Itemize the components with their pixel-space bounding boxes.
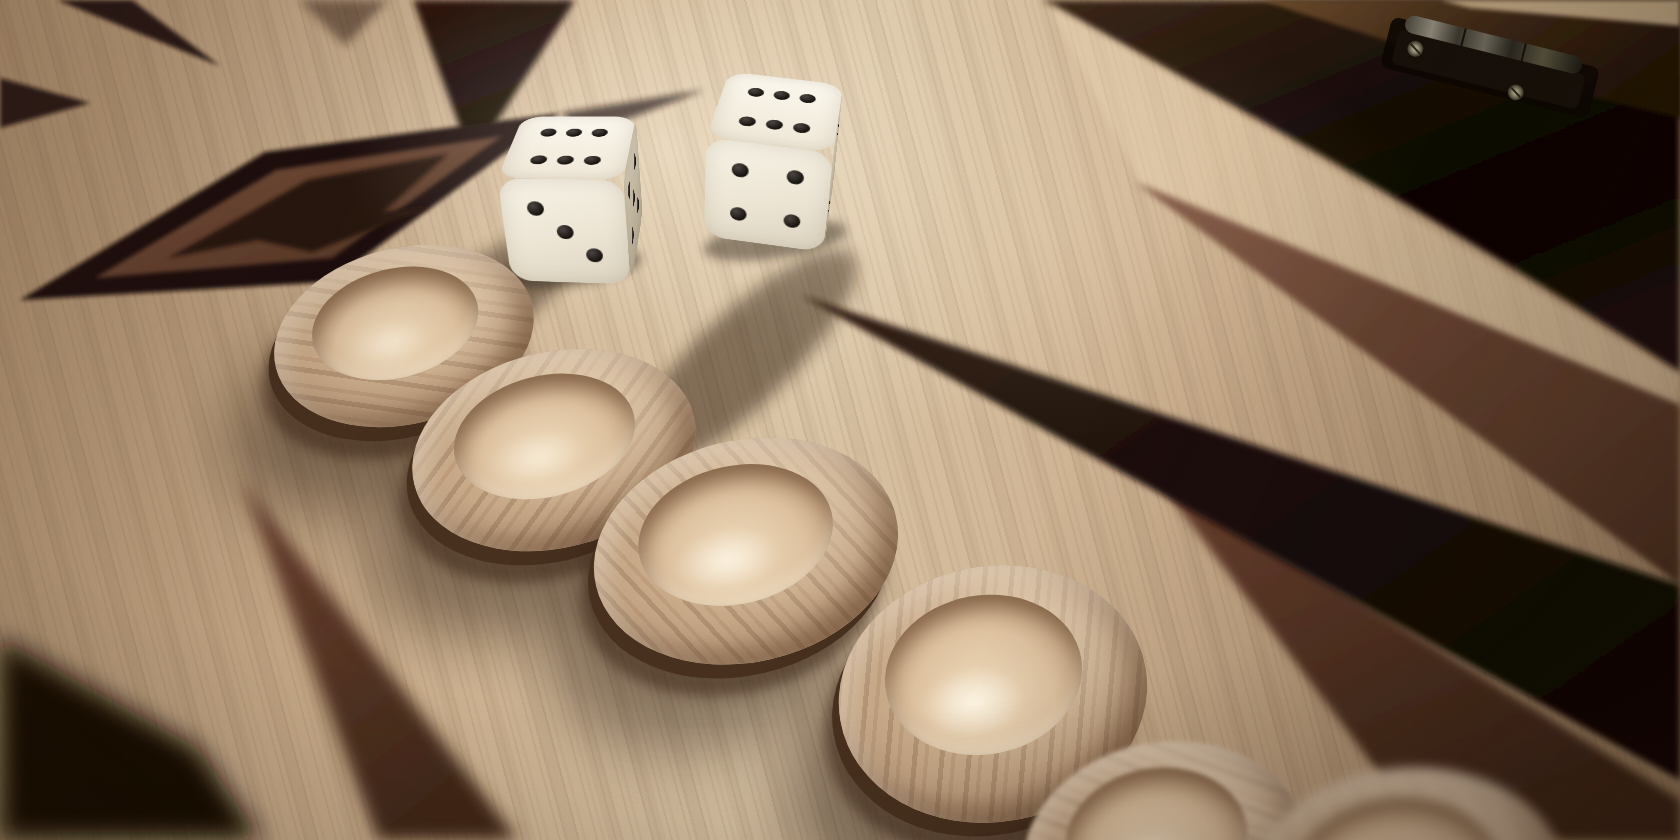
checker-dish	[1054, 754, 1259, 840]
die-pip-cell	[526, 242, 555, 265]
die-pip-cell	[786, 119, 816, 138]
die-pip-cell	[636, 187, 640, 223]
die-pip	[585, 248, 604, 263]
die-pip-cell	[578, 221, 607, 244]
die-pip-cell	[575, 198, 605, 222]
die-right-cube	[716, 102, 839, 213]
die-pip	[737, 115, 757, 127]
die-pip-cell	[577, 153, 608, 168]
die-pip-cell	[524, 220, 554, 243]
die-pip-cell	[778, 209, 807, 234]
die-pip	[798, 93, 816, 104]
die-pip	[528, 155, 548, 164]
die-pip	[772, 90, 791, 101]
backgammon-board-photo	[0, 0, 1680, 840]
die-pip-cell	[585, 126, 614, 139]
die-pip	[564, 128, 583, 136]
die-pip	[746, 87, 765, 98]
die-pip	[792, 122, 811, 134]
die-pip	[539, 128, 558, 136]
die-face-front	[497, 178, 631, 284]
checker-dish	[1280, 784, 1512, 840]
die-pip-cell	[751, 205, 779, 230]
die-pip-cell	[759, 115, 790, 134]
die-pip-cell	[725, 201, 753, 226]
die-left-cube	[511, 146, 637, 247]
die-pip	[783, 213, 801, 229]
corner-shadow-bottom-left	[0, 638, 262, 840]
die-face-front	[704, 137, 833, 252]
die-pip-cell	[521, 197, 551, 221]
die-pip	[731, 162, 749, 179]
die-pip	[590, 129, 609, 137]
die-face-top	[497, 117, 636, 180]
die-pip	[555, 155, 575, 164]
die-left[interactable]	[516, 96, 634, 271]
die-pip	[764, 119, 784, 131]
die-pip-cell	[731, 112, 762, 131]
point-tip-top-left	[57, 0, 220, 66]
die-pip	[556, 225, 575, 240]
die-right[interactable]	[716, 58, 834, 233]
die-pip	[582, 156, 602, 165]
die-pip-cell	[550, 220, 579, 243]
die-pip-cell	[553, 243, 582, 266]
die-pip-cell	[581, 139, 611, 153]
die-pip	[786, 169, 805, 186]
point-tip-left-edge	[0, 78, 90, 128]
die-pip	[637, 194, 640, 217]
die-pip	[526, 201, 545, 216]
die-pip-cell	[548, 197, 578, 221]
die-pip	[730, 206, 748, 222]
die-pip-cell	[580, 244, 609, 267]
point-tip-top-left-blurred	[300, 0, 388, 46]
